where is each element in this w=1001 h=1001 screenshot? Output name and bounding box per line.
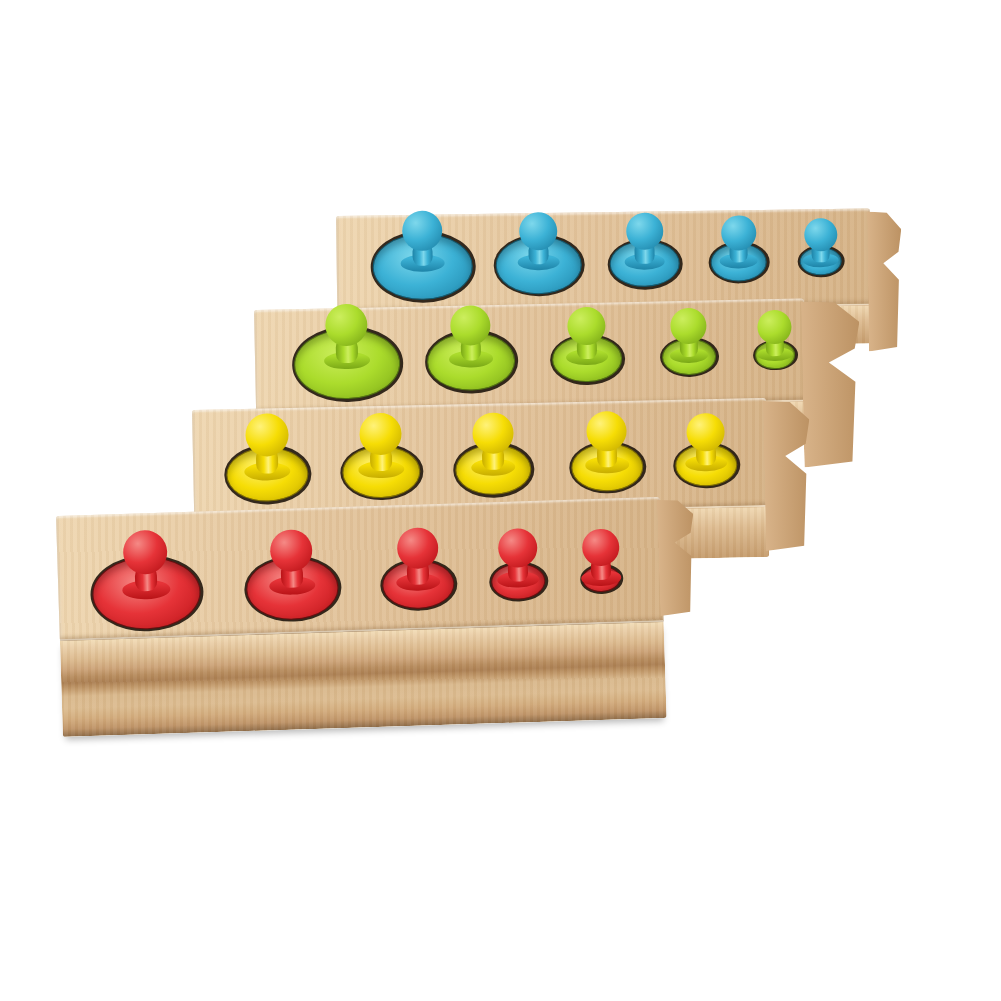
product-photo-scene	[0, 0, 1001, 1001]
knob-ball-blue-4[interactable]	[721, 215, 756, 250]
block-green	[254, 298, 806, 411]
knob-ball-red-3[interactable]	[396, 527, 438, 569]
block-yellow-end-face	[763, 400, 812, 551]
block-red-end-face	[657, 499, 697, 616]
knob-ball-yellow-3[interactable]	[472, 412, 514, 454]
knob-ball-blue-5[interactable]	[804, 218, 837, 251]
wood-grain-texture	[60, 622, 667, 737]
block-red-front-face	[60, 620, 667, 737]
knob-ball-blue-3[interactable]	[625, 213, 663, 251]
knob-ball-red-4[interactable]	[497, 528, 537, 568]
block-red	[56, 497, 664, 640]
knob-ball-green-3[interactable]	[567, 306, 606, 345]
block-blue-end-face	[867, 211, 903, 351]
block-blue	[336, 209, 871, 312]
knob-ball-blue-1[interactable]	[402, 210, 443, 251]
block-yellow	[192, 398, 768, 518]
block-green-end-face	[801, 300, 862, 467]
